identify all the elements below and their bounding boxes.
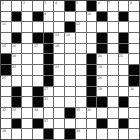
- white-cell-r13c8[interactable]: 39: [76, 129, 86, 139]
- white-cell-r1c10[interactable]: 6: [97, 1, 107, 11]
- white-cell-r5c8[interactable]: [76, 44, 86, 54]
- white-cell-r13c3[interactable]: [22, 129, 32, 139]
- white-cell-r3c10[interactable]: [97, 22, 107, 32]
- white-cell-r6c4[interactable]: [33, 54, 43, 64]
- clue-number-37: 37: [44, 119, 48, 122]
- white-cell-r2c13[interactable]: [129, 12, 139, 22]
- clue-number-20: 20: [98, 54, 102, 57]
- clue-number-18: 18: [55, 44, 59, 47]
- clue-number-19: 19: [12, 54, 16, 57]
- white-cell-r9c3[interactable]: [22, 87, 32, 97]
- white-cell-r13c4[interactable]: [33, 129, 43, 139]
- black-cell-r13c5: [44, 129, 54, 139]
- white-cell-r1c4[interactable]: [33, 1, 43, 11]
- white-cell-r8c4[interactable]: [33, 76, 43, 86]
- white-cell-r10c5[interactable]: 31: [44, 97, 54, 107]
- black-cell-r2c12: [119, 12, 129, 22]
- white-cell-r13c12[interactable]: [119, 129, 129, 139]
- clue-number-27: 27: [44, 87, 48, 90]
- white-cell-r7c7[interactable]: [65, 65, 75, 75]
- white-cell-r9c7[interactable]: [65, 87, 75, 97]
- white-cell-r1c8[interactable]: 5: [76, 1, 86, 11]
- white-cell-r2c6[interactable]: [54, 12, 64, 22]
- black-cell-r6c9: [87, 54, 97, 64]
- white-cell-r12c13[interactable]: [129, 119, 139, 129]
- clue-number-17: 17: [34, 44, 38, 47]
- white-cell-r2c11[interactable]: [108, 12, 118, 22]
- white-cell-r11c5[interactable]: [44, 108, 54, 118]
- clue-number-2: 2: [23, 1, 25, 4]
- white-cell-r9c6[interactable]: [54, 87, 64, 97]
- clue-number-4: 4: [55, 1, 57, 4]
- white-cell-r13c9[interactable]: [87, 129, 97, 139]
- white-cell-r4c13[interactable]: [129, 33, 139, 43]
- black-cell-r9c9: [87, 87, 97, 97]
- white-cell-r2c8[interactable]: [76, 12, 86, 22]
- black-cell-r10c10: [97, 97, 107, 107]
- black-cell-r8c13: [129, 76, 139, 86]
- white-cell-r5c11[interactable]: [108, 44, 118, 54]
- clue-number-6: 6: [98, 1, 100, 4]
- clue-number-33: 33: [12, 108, 16, 111]
- white-cell-r11c12[interactable]: [119, 108, 129, 118]
- white-cell-r1c3[interactable]: 2: [22, 1, 32, 11]
- white-cell-r1c6[interactable]: 4: [54, 1, 64, 11]
- clue-number-1: 1: [2, 1, 4, 4]
- white-cell-r3c13[interactable]: [129, 22, 139, 32]
- black-cell-r3c7: [65, 22, 75, 32]
- white-cell-r6c10[interactable]: 20: [97, 54, 107, 64]
- black-cell-r4c5: [44, 33, 54, 43]
- clue-number-5: 5: [76, 1, 78, 4]
- white-cell-r5c6[interactable]: 18: [54, 44, 64, 54]
- clue-number-8: 8: [130, 1, 132, 4]
- clue-number-31: 31: [44, 97, 48, 100]
- white-cell-r3c4[interactable]: [33, 22, 43, 32]
- clue-number-3: 3: [44, 1, 46, 4]
- white-cell-r3c6[interactable]: [54, 22, 64, 32]
- white-cell-r10c3[interactable]: [22, 97, 32, 107]
- white-cell-r6c12[interactable]: 21: [119, 54, 129, 64]
- white-cell-r7c3[interactable]: [22, 65, 32, 75]
- white-cell-r10c7[interactable]: [65, 97, 75, 107]
- clue-number-21: 21: [119, 54, 123, 57]
- white-cell-r6c2[interactable]: 19: [12, 54, 22, 64]
- black-cell-r10c12: [119, 97, 129, 107]
- black-cell-r5c12: [119, 44, 129, 54]
- clue-number-30: 30: [130, 87, 134, 90]
- white-cell-r13c13[interactable]: [129, 129, 139, 139]
- white-cell-r8c1[interactable]: 25: [1, 76, 11, 86]
- white-cell-r9c13[interactable]: 30: [129, 87, 139, 97]
- white-cell-r11c1[interactable]: 32: [1, 108, 11, 118]
- white-cell-r4c3[interactable]: [22, 33, 32, 43]
- white-cell-r5c7[interactable]: [65, 44, 75, 54]
- white-cell-r9c5[interactable]: 27: [44, 87, 54, 97]
- white-cell-r9c8[interactable]: [76, 87, 86, 97]
- white-cell-r3c9[interactable]: [87, 22, 97, 32]
- black-cell-r2c4: [33, 12, 43, 22]
- white-cell-r6c8[interactable]: [76, 54, 86, 64]
- clue-number-35: 35: [76, 108, 80, 111]
- clue-number-23: 23: [55, 65, 59, 68]
- white-cell-r9c10[interactable]: 29: [97, 87, 107, 97]
- white-cell-r2c7[interactable]: [65, 12, 75, 22]
- white-cell-r2c5[interactable]: 9: [44, 12, 54, 22]
- black-cell-r13c7: [65, 129, 75, 139]
- white-cell-r3c11[interactable]: [108, 22, 118, 32]
- white-cell-r3c5[interactable]: [44, 22, 54, 32]
- black-cell-r4c4: [33, 33, 43, 43]
- clue-number-22: 22: [12, 65, 16, 68]
- crossword-board: 1234567891011121314151617181920212223242…: [0, 0, 140, 140]
- black-cell-r4c2: [12, 33, 22, 43]
- white-cell-r4c7[interactable]: 14: [65, 33, 75, 43]
- white-cell-r2c1[interactable]: [1, 12, 11, 22]
- clue-number-29: 29: [98, 87, 102, 90]
- clue-number-36: 36: [87, 108, 91, 111]
- white-cell-r1c1[interactable]: 1: [1, 1, 11, 11]
- white-cell-r9c11[interactable]: [108, 87, 118, 97]
- black-cell-r12c2: [12, 119, 22, 129]
- black-cell-r5c10: [97, 44, 107, 54]
- clue-number-10: 10: [87, 12, 91, 15]
- clue-number-24: 24: [98, 65, 102, 68]
- white-cell-r7c11[interactable]: [108, 65, 118, 75]
- white-cell-r1c13[interactable]: 8: [129, 1, 139, 11]
- white-cell-r1c2[interactable]: [12, 1, 22, 11]
- white-cell-r7c8[interactable]: [76, 65, 86, 75]
- white-cell-r1c5[interactable]: 3: [44, 1, 54, 11]
- clue-number-11: 11: [2, 22, 6, 25]
- white-cell-r4c8[interactable]: [76, 33, 86, 43]
- white-cell-r10c13[interactable]: [129, 97, 139, 107]
- black-cell-r9c4: [33, 87, 43, 97]
- white-cell-r11c11[interactable]: [108, 108, 118, 118]
- clue-number-25: 25: [2, 76, 6, 79]
- white-cell-r1c11[interactable]: 7: [108, 1, 118, 11]
- black-cell-r12c10: [97, 119, 107, 129]
- white-cell-r7c2[interactable]: 22: [12, 65, 22, 75]
- clue-number-7: 7: [108, 1, 110, 4]
- white-cell-r12c6[interactable]: [54, 119, 64, 129]
- white-cell-r4c9[interactable]: [87, 33, 97, 43]
- white-cell-r5c9[interactable]: [87, 44, 97, 54]
- white-cell-r13c1[interactable]: 38: [1, 129, 11, 139]
- white-cell-r12c7[interactable]: [65, 119, 75, 129]
- black-cell-r5c5: [44, 44, 54, 54]
- white-cell-r8c10[interactable]: 26: [97, 76, 107, 86]
- black-cell-r7c9: [87, 65, 97, 75]
- white-cell-r8c7[interactable]: [65, 76, 75, 86]
- black-cell-r2c10: [97, 12, 107, 22]
- white-cell-r4c11[interactable]: [108, 33, 118, 43]
- white-cell-r11c13[interactable]: [129, 108, 139, 118]
- clue-number-13: 13: [55, 33, 59, 36]
- clue-number-9: 9: [44, 12, 46, 15]
- white-cell-r10c6[interactable]: [54, 97, 64, 107]
- black-cell-r12c12: [119, 119, 129, 129]
- white-cell-r13c10[interactable]: [97, 129, 107, 139]
- white-cell-r13c6[interactable]: [54, 129, 64, 139]
- clue-number-15: 15: [2, 44, 6, 47]
- white-cell-r5c1[interactable]: 15: [1, 44, 11, 54]
- white-cell-r7c6[interactable]: 23: [54, 65, 64, 75]
- white-cell-r3c12[interactable]: [119, 22, 129, 32]
- clue-number-26: 26: [98, 76, 102, 79]
- black-cell-r6c5: [44, 54, 54, 64]
- white-cell-r8c8[interactable]: [76, 76, 86, 86]
- white-cell-r11c9[interactable]: 36: [87, 108, 97, 118]
- white-cell-r8c6[interactable]: [54, 76, 64, 86]
- white-cell-r8c12[interactable]: [119, 76, 129, 86]
- white-cell-r5c4[interactable]: 17: [33, 44, 43, 54]
- black-cell-r1c9: [87, 1, 97, 11]
- white-cell-r4c1[interactable]: [1, 33, 11, 43]
- black-cell-r8c9: [87, 76, 97, 86]
- white-cell-r2c3[interactable]: [22, 12, 32, 22]
- black-cell-r7c1: [1, 65, 11, 75]
- black-cell-r10c4: [33, 97, 43, 107]
- white-cell-r6c11[interactable]: [108, 54, 118, 64]
- white-cell-r10c11[interactable]: [108, 97, 118, 107]
- white-cell-r1c12[interactable]: [119, 1, 129, 11]
- black-cell-r1c7: [65, 1, 75, 11]
- clue-number-39: 39: [76, 129, 80, 132]
- black-cell-r7c5: [44, 65, 54, 75]
- black-cell-r11c7: [65, 108, 75, 118]
- white-cell-r11c4[interactable]: 34: [33, 108, 43, 118]
- white-cell-r12c9[interactable]: [87, 119, 97, 129]
- white-cell-r5c13[interactable]: [129, 44, 139, 54]
- white-cell-r4c6[interactable]: 13: [54, 33, 64, 43]
- white-cell-r10c8[interactable]: [76, 97, 86, 107]
- white-cell-r11c6[interactable]: [54, 108, 64, 118]
- white-cell-r12c11[interactable]: [108, 119, 118, 129]
- white-cell-r11c2[interactable]: 33: [12, 108, 22, 118]
- white-cell-r13c11[interactable]: [108, 129, 118, 139]
- black-cell-r10c2: [12, 97, 22, 107]
- crossword-page: 1234567891011121314151617181920212223242…: [0, 0, 140, 140]
- white-cell-r8c11[interactable]: [108, 76, 118, 86]
- black-cell-r8c5: [44, 76, 54, 86]
- black-cell-r6c1: [1, 54, 11, 64]
- black-cell-r4c10: [97, 33, 107, 43]
- white-cell-r2c9[interactable]: 10: [87, 12, 97, 22]
- clue-number-34: 34: [34, 108, 38, 111]
- black-cell-r12c4: [33, 119, 43, 129]
- black-cell-r10c9: [87, 97, 97, 107]
- white-cell-r3c1[interactable]: 11: [1, 22, 11, 32]
- black-cell-r7c13: [129, 65, 139, 75]
- clue-number-14: 14: [66, 33, 70, 36]
- white-cell-r12c8[interactable]: [76, 119, 86, 129]
- white-cell-r5c2[interactable]: 16: [12, 44, 22, 54]
- clue-number-12: 12: [76, 22, 80, 25]
- white-cell-r6c3[interactable]: [22, 54, 32, 64]
- white-cell-r11c10[interactable]: [97, 108, 107, 118]
- white-cell-r7c4[interactable]: [33, 65, 43, 75]
- black-cell-r4c12: [119, 33, 129, 43]
- white-cell-r12c3[interactable]: [22, 119, 32, 129]
- white-cell-r11c3[interactable]: [22, 108, 32, 118]
- white-cell-r7c12[interactable]: [119, 65, 129, 75]
- clue-number-38: 38: [2, 129, 6, 132]
- white-cell-r7c10[interactable]: 24: [97, 65, 107, 75]
- white-cell-r10c1[interactable]: [1, 97, 11, 107]
- white-cell-r6c7[interactable]: [65, 54, 75, 64]
- white-cell-r8c2[interactable]: [12, 76, 22, 86]
- white-cell-r6c6[interactable]: [54, 54, 64, 64]
- white-cell-r8c3[interactable]: [22, 76, 32, 86]
- black-cell-r9c2: [12, 87, 22, 97]
- white-cell-r12c5[interactable]: 37: [44, 119, 54, 129]
- white-cell-r6c13[interactable]: [129, 54, 139, 64]
- white-cell-r12c1[interactable]: [1, 119, 11, 129]
- white-cell-r5c3[interactable]: [22, 44, 32, 54]
- black-cell-r2c2: [12, 12, 22, 22]
- clue-number-32: 32: [2, 108, 6, 111]
- white-cell-r13c2[interactable]: [12, 129, 22, 139]
- white-cell-r3c2[interactable]: [12, 22, 22, 32]
- clue-number-16: 16: [12, 44, 16, 47]
- white-cell-r11c8[interactable]: 35: [76, 108, 86, 118]
- white-cell-r9c1[interactable]: [1, 87, 11, 97]
- white-cell-r3c8[interactable]: 12: [76, 22, 86, 32]
- white-cell-r3c3[interactable]: [22, 22, 32, 32]
- white-cell-r9c12[interactable]: [119, 87, 129, 97]
